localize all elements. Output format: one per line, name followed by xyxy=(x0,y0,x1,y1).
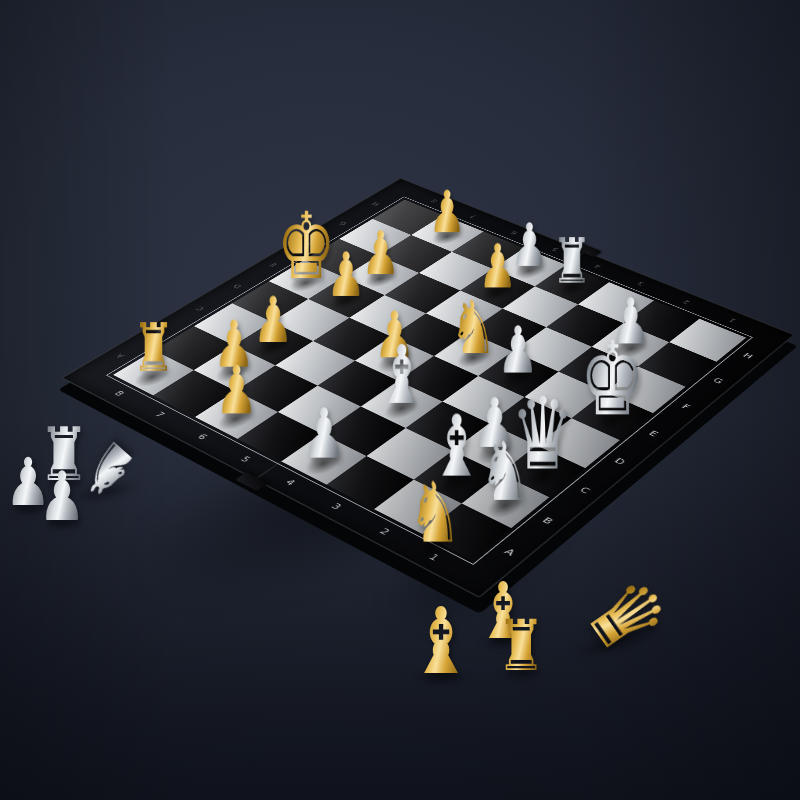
offboard-gold-queen-fallen: ♛ xyxy=(569,564,683,670)
rank-label-near-6: 6 xyxy=(195,433,209,441)
file-label-near-b: B xyxy=(540,516,554,525)
silver-king-icon: ♚ xyxy=(579,328,645,430)
file-label-near-f: F xyxy=(680,403,692,411)
offboard-gold-bishop: ♝ xyxy=(409,596,473,688)
scene: 1122334455667788AABBCCDDEEFFGGHH ♜♚♟♟♟♟♟… xyxy=(0,0,800,800)
rank-label-near-2: 2 xyxy=(377,527,391,536)
file-label-near-c: C xyxy=(577,486,591,495)
file-label-far-d: D xyxy=(232,283,243,289)
file-label-near-h: H xyxy=(741,352,754,360)
file-label-near-g: G xyxy=(711,377,724,385)
offboard-silver-pawn: ♟ xyxy=(38,463,86,531)
rank-label-far-7: 7 xyxy=(469,214,478,219)
rank-label-near-7: 7 xyxy=(153,411,166,419)
silver-knight-icon: ♞ xyxy=(479,430,532,512)
file-label-near-d: D xyxy=(612,457,626,466)
rank-label-far-1: 1 xyxy=(728,317,737,323)
offboard-gold-rook: ♜ xyxy=(497,611,546,681)
file-label-far-a: A xyxy=(115,353,126,359)
file-label-near-e: E xyxy=(647,430,660,438)
file-label-far-c: C xyxy=(195,306,205,312)
file-label-far-h: H xyxy=(371,201,381,206)
rank-label-near-4: 4 xyxy=(283,479,297,488)
gold-knight-icon: ♞ xyxy=(408,470,462,554)
rank-label-near-3: 3 xyxy=(329,502,343,511)
gold-pawn-icon: ♟ xyxy=(215,357,258,424)
file-label-near-a: A xyxy=(502,548,516,558)
file-label-far-g: G xyxy=(338,221,348,226)
rank-label-far-2: 2 xyxy=(682,299,691,304)
rank-label-near-8: 8 xyxy=(112,390,125,398)
rank-label-near-5: 5 xyxy=(238,455,252,463)
rank-label-far-4: 4 xyxy=(593,264,602,269)
